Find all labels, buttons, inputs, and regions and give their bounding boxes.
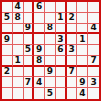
- sudoku-cell-given: 9: [2, 34, 13, 45]
- sudoku-cell-empty[interactable]: [88, 34, 99, 45]
- sudoku-cell-given: 7: [67, 67, 78, 78]
- sudoku-cell-empty[interactable]: [77, 67, 88, 78]
- sudoku-cell-empty[interactable]: [67, 24, 78, 35]
- sudoku-cell-empty[interactable]: [34, 67, 45, 78]
- sudoku-cell-empty[interactable]: [2, 56, 13, 67]
- sudoku-cell-empty[interactable]: [77, 56, 88, 67]
- sudoku-cell-given: 4: [13, 2, 24, 13]
- sudoku-cell-given: 7: [24, 77, 35, 88]
- sudoku-cell-empty[interactable]: [56, 67, 67, 78]
- sudoku-cell-given: 6: [34, 2, 45, 13]
- sudoku-cell-empty[interactable]: [13, 67, 24, 78]
- sudoku-cell-given: 5: [45, 88, 56, 99]
- sudoku-cell-empty[interactable]: [77, 2, 88, 13]
- sudoku-cell-empty[interactable]: [24, 34, 35, 45]
- sudoku-cell-empty[interactable]: [24, 13, 35, 24]
- sudoku-cell-empty[interactable]: [13, 34, 24, 45]
- sudoku-cell-given: 9: [45, 67, 56, 78]
- sudoku-cell-empty[interactable]: [77, 13, 88, 24]
- sudoku-cell-empty[interactable]: [13, 88, 24, 99]
- sudoku-cell-empty[interactable]: [24, 88, 35, 99]
- sudoku-cell-given: 8: [13, 13, 24, 24]
- sudoku-cell-given: 4: [88, 24, 99, 35]
- sudoku-cell-given: 8: [45, 24, 56, 35]
- sudoku-cell-given: 6: [56, 45, 67, 56]
- sudoku-cell-empty[interactable]: [45, 77, 56, 88]
- sudoku-cell-empty[interactable]: [88, 45, 99, 56]
- sudoku-cell-empty[interactable]: [67, 77, 78, 88]
- sudoku-cell-given: 3: [67, 45, 78, 56]
- sudoku-cell-empty[interactable]: [88, 88, 99, 99]
- sudoku-cell-empty[interactable]: [2, 77, 13, 88]
- sudoku-cell-empty[interactable]: [24, 2, 35, 13]
- sudoku-cell-empty[interactable]: [77, 24, 88, 35]
- sudoku-cell-given: 7: [88, 56, 99, 67]
- sudoku-cell-empty[interactable]: [13, 77, 24, 88]
- sudoku-cell-empty[interactable]: [45, 34, 56, 45]
- sudoku-cell-given: 4: [34, 77, 45, 88]
- sudoku-cell-empty[interactable]: [24, 56, 35, 67]
- sudoku-cell-given: 9: [77, 77, 88, 88]
- sudoku-cell-given: 9: [24, 24, 35, 35]
- sudoku-cell-empty[interactable]: [56, 56, 67, 67]
- sudoku-cell-given: 9: [34, 45, 45, 56]
- sudoku-cell-empty[interactable]: [13, 45, 24, 56]
- sudoku-cell-empty[interactable]: [24, 67, 35, 78]
- sudoku-cell-given: 5: [2, 13, 13, 24]
- sudoku-cell-empty[interactable]: [88, 13, 99, 24]
- sudoku-cell-empty[interactable]: [56, 24, 67, 35]
- sudoku-cell-given: 1: [13, 56, 24, 67]
- sudoku-cell-empty[interactable]: [2, 88, 13, 99]
- sudoku-cell-empty[interactable]: [45, 56, 56, 67]
- sudoku-cell-given: 2: [67, 13, 78, 24]
- sudoku-cell-empty[interactable]: [34, 88, 45, 99]
- sudoku-cell-empty[interactable]: [45, 2, 56, 13]
- sudoku-cell-empty[interactable]: [45, 13, 56, 24]
- sudoku-cell-empty[interactable]: [13, 24, 24, 35]
- sudoku-cell-empty[interactable]: [2, 2, 13, 13]
- sudoku-cell-given: 2: [2, 67, 13, 78]
- sudoku-cell-empty[interactable]: [45, 45, 56, 56]
- sudoku-cell-empty[interactable]: [67, 2, 78, 13]
- sudoku-cell-given: 1: [77, 34, 88, 45]
- sudoku-cell-empty[interactable]: [88, 2, 99, 13]
- sudoku-cell-given: 1: [56, 13, 67, 24]
- sudoku-cell-given: 5: [24, 45, 35, 56]
- sudoku-cell-given: 8: [34, 56, 45, 67]
- sudoku-cell-empty[interactable]: [67, 34, 78, 45]
- sudoku-cell-given: 3: [56, 34, 67, 45]
- sudoku-cell-empty[interactable]: [34, 24, 45, 35]
- sudoku-cell-empty[interactable]: [77, 45, 88, 56]
- sudoku-cell-empty[interactable]: [2, 45, 13, 56]
- sudoku-cell-empty[interactable]: [88, 67, 99, 78]
- sudoku-cell-empty[interactable]: [56, 88, 67, 99]
- sudoku-cell-empty[interactable]: [34, 34, 45, 45]
- sudoku-cell-empty[interactable]: [56, 77, 67, 88]
- sudoku-cell-empty[interactable]: [34, 13, 45, 24]
- sudoku-cell-given: 4: [77, 88, 88, 99]
- sudoku-cell-empty[interactable]: [56, 2, 67, 13]
- sudoku-cell-empty[interactable]: [2, 24, 13, 35]
- sudoku-cell-empty[interactable]: [67, 56, 78, 67]
- sudoku-cell-empty[interactable]: [67, 88, 78, 99]
- sudoku-board: 4658129849315963187297749354: [0, 0, 101, 101]
- sudoku-cell-given: 3: [88, 77, 99, 88]
